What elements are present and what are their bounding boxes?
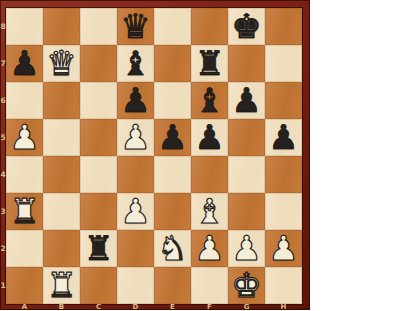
black-pawn[interactable]: ♟ (120, 83, 150, 117)
square-g4[interactable] (228, 156, 265, 193)
square-f2[interactable]: ♟ (191, 230, 228, 267)
square-b5[interactable] (43, 119, 80, 156)
square-f6[interactable]: ♝ (191, 82, 228, 119)
square-f7[interactable]: ♜ (191, 45, 228, 82)
square-b3[interactable] (43, 193, 80, 230)
square-b6[interactable] (43, 82, 80, 119)
square-g1[interactable]: ♚ (228, 267, 265, 304)
white-bishop[interactable]: ♝ (194, 194, 224, 228)
square-b1[interactable]: ♜ (43, 267, 80, 304)
black-pawn[interactable]: ♟ (9, 46, 39, 80)
square-h5[interactable]: ♟ (265, 119, 302, 156)
square-h3[interactable] (265, 193, 302, 230)
square-a7[interactable]: ♟ (6, 45, 43, 82)
square-a8[interactable] (6, 8, 43, 45)
square-g3[interactable] (228, 193, 265, 230)
white-pawn[interactable]: ♟ (120, 120, 150, 154)
white-king[interactable]: ♚ (231, 268, 261, 302)
file-label-h: H (281, 304, 287, 311)
white-knight[interactable]: ♞ (157, 231, 187, 265)
rank-label-6: 6 (0, 97, 5, 105)
square-g8[interactable]: ♚ (228, 8, 265, 45)
file-label-b: B (59, 304, 64, 311)
white-rook[interactable]: ♜ (9, 194, 39, 228)
white-rook[interactable]: ♜ (46, 268, 76, 302)
black-bishop[interactable]: ♝ (194, 83, 224, 117)
black-pawn[interactable]: ♟ (268, 120, 298, 154)
file-label-g: G (244, 304, 250, 311)
square-d5[interactable]: ♟ (117, 119, 154, 156)
black-pawn[interactable]: ♟ (194, 120, 224, 154)
square-g6[interactable]: ♟ (228, 82, 265, 119)
black-pawn[interactable]: ♟ (157, 120, 187, 154)
square-c3[interactable] (80, 193, 117, 230)
square-b4[interactable] (43, 156, 80, 193)
black-rook[interactable]: ♜ (194, 46, 224, 80)
square-b2[interactable] (43, 230, 80, 267)
rank-label-3: 3 (0, 208, 5, 216)
rank-label-5: 5 (0, 134, 5, 142)
square-g7[interactable] (228, 45, 265, 82)
rank-label-8: 8 (0, 23, 5, 31)
black-pawn[interactable]: ♟ (231, 83, 261, 117)
black-king[interactable]: ♚ (231, 9, 261, 43)
square-d6[interactable]: ♟ (117, 82, 154, 119)
square-h7[interactable] (265, 45, 302, 82)
square-h6[interactable] (265, 82, 302, 119)
square-e2[interactable]: ♞ (154, 230, 191, 267)
file-label-c: C (96, 304, 101, 311)
rank-label-4: 4 (0, 171, 5, 179)
rank-label-7: 7 (0, 60, 5, 68)
black-bishop[interactable]: ♝ (120, 46, 150, 80)
square-f1[interactable] (191, 267, 228, 304)
rank-label-1: 1 (0, 282, 5, 290)
square-d8[interactable]: ♛ (117, 8, 154, 45)
black-queen[interactable]: ♛ (120, 9, 150, 43)
square-c6[interactable] (80, 82, 117, 119)
square-a4[interactable] (6, 156, 43, 193)
square-f4[interactable] (191, 156, 228, 193)
square-c8[interactable] (80, 8, 117, 45)
square-c4[interactable] (80, 156, 117, 193)
square-d2[interactable] (117, 230, 154, 267)
square-c5[interactable] (80, 119, 117, 156)
square-e4[interactable] (154, 156, 191, 193)
square-c7[interactable] (80, 45, 117, 82)
square-a2[interactable] (6, 230, 43, 267)
file-label-d: D (133, 304, 139, 311)
square-d1[interactable] (117, 267, 154, 304)
square-e3[interactable] (154, 193, 191, 230)
square-a3[interactable]: ♜ (6, 193, 43, 230)
square-f5[interactable]: ♟ (191, 119, 228, 156)
square-e6[interactable] (154, 82, 191, 119)
white-pawn[interactable]: ♟ (120, 194, 150, 228)
file-label-a: A (22, 304, 27, 311)
square-c2[interactable]: ♜ (80, 230, 117, 267)
square-d7[interactable]: ♝ (117, 45, 154, 82)
rank-label-2: 2 (0, 245, 5, 253)
square-d3[interactable]: ♟ (117, 193, 154, 230)
square-h8[interactable] (265, 8, 302, 45)
square-f3[interactable]: ♝ (191, 193, 228, 230)
square-g5[interactable] (228, 119, 265, 156)
white-pawn[interactable]: ♟ (194, 231, 224, 265)
white-pawn[interactable]: ♟ (231, 231, 261, 265)
square-b8[interactable] (43, 8, 80, 45)
white-pawn[interactable]: ♟ (9, 120, 39, 154)
page-background: ♛♚♟♛♝♜♟♝♟♟♟♟♟♟♜♟♝♜♞♟♟♟♜♚ 87654321 ABCDEF… (0, 0, 414, 311)
square-e1[interactable] (154, 267, 191, 304)
square-h2[interactable]: ♟ (265, 230, 302, 267)
square-g2[interactable]: ♟ (228, 230, 265, 267)
board-grid: ♛♚♟♛♝♜♟♝♟♟♟♟♟♟♜♟♝♜♞♟♟♟♜♚ (6, 8, 302, 304)
black-rook[interactable]: ♜ (83, 231, 113, 265)
white-pawn[interactable]: ♟ (268, 231, 298, 265)
file-label-f: F (207, 304, 212, 311)
square-a6[interactable] (6, 82, 43, 119)
square-c1[interactable] (80, 267, 117, 304)
square-a1[interactable] (6, 267, 43, 304)
square-b7[interactable]: ♛ (43, 45, 80, 82)
chess-board: ♛♚♟♛♝♜♟♝♟♟♟♟♟♟♜♟♝♜♞♟♟♟♜♚ 87654321 ABCDEF… (0, 0, 310, 310)
square-h4[interactable] (265, 156, 302, 193)
square-f8[interactable] (191, 8, 228, 45)
square-e8[interactable] (154, 8, 191, 45)
square-a5[interactable]: ♟ (6, 119, 43, 156)
square-h1[interactable] (265, 267, 302, 304)
square-d4[interactable] (117, 156, 154, 193)
square-e7[interactable] (154, 45, 191, 82)
file-label-e: E (170, 304, 175, 311)
white-queen[interactable]: ♛ (46, 46, 76, 80)
square-e5[interactable]: ♟ (154, 119, 191, 156)
